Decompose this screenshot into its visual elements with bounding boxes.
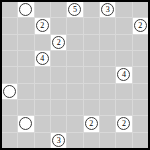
cell-r2c0[interactable] <box>2 35 17 50</box>
cell-r8c8[interactable] <box>133 133 148 148</box>
cell-r1c0[interactable] <box>2 18 17 33</box>
cell-r0c5[interactable] <box>84 2 99 17</box>
cell-r6c3[interactable] <box>51 100 66 115</box>
cell-r5c7[interactable] <box>116 84 131 99</box>
cell-r7c8[interactable] <box>133 116 148 131</box>
cell-r1c6[interactable] <box>100 18 115 33</box>
cell-r7c2[interactable] <box>35 116 50 131</box>
cell-r6c2[interactable] <box>35 100 50 115</box>
cell-r3c6[interactable] <box>100 51 115 66</box>
cell-r0c1[interactable] <box>18 2 33 17</box>
cell-r7c3[interactable] <box>51 116 66 131</box>
cell-r6c7[interactable] <box>116 100 131 115</box>
cell-r5c1[interactable] <box>18 84 33 99</box>
cell-r2c7[interactable] <box>116 35 131 50</box>
cell-r1c8[interactable]: 2 <box>133 18 148 33</box>
empty-circle-clue <box>19 3 32 16</box>
cell-r6c6[interactable] <box>100 100 115 115</box>
cell-r5c8[interactable] <box>133 84 148 99</box>
cell-r4c6[interactable] <box>100 67 115 82</box>
empty-circle-clue <box>19 117 32 130</box>
cell-r5c0[interactable] <box>2 84 17 99</box>
cell-r7c5[interactable]: 2 <box>84 116 99 131</box>
cell-r2c1[interactable] <box>18 35 33 50</box>
cell-r4c3[interactable] <box>51 67 66 82</box>
cell-r2c3[interactable]: 2 <box>51 35 66 50</box>
cell-r6c0[interactable] <box>2 100 17 115</box>
cell-r0c7[interactable] <box>116 2 131 17</box>
cell-r6c5[interactable] <box>84 100 99 115</box>
cell-r0c3[interactable] <box>51 2 66 17</box>
cell-r1c2[interactable]: 2 <box>35 18 50 33</box>
cell-r4c7[interactable]: 4 <box>116 67 131 82</box>
cell-r1c1[interactable] <box>18 18 33 33</box>
number-circle-clue: 4 <box>117 68 130 81</box>
cell-r3c5[interactable] <box>84 51 99 66</box>
cell-r4c4[interactable] <box>67 67 82 82</box>
number-circle-clue: 5 <box>68 3 81 16</box>
number-circle-clue: 3 <box>101 3 114 16</box>
number-circle-clue: 3 <box>52 134 65 147</box>
cell-r3c4[interactable] <box>67 51 82 66</box>
cell-r8c0[interactable] <box>2 133 17 148</box>
cell-r2c4[interactable] <box>67 35 82 50</box>
cell-r7c4[interactable] <box>67 116 82 131</box>
cell-r5c3[interactable] <box>51 84 66 99</box>
cell-r1c3[interactable] <box>51 18 66 33</box>
cell-r3c1[interactable] <box>18 51 33 66</box>
cell-r0c4[interactable]: 5 <box>67 2 82 17</box>
cell-r3c7[interactable] <box>116 51 131 66</box>
cell-r8c7[interactable] <box>116 133 131 148</box>
cell-r4c1[interactable] <box>18 67 33 82</box>
number-circle-clue: 2 <box>36 19 49 32</box>
cell-r0c2[interactable] <box>35 2 50 17</box>
number-circle-clue: 2 <box>117 117 130 130</box>
cell-r3c0[interactable] <box>2 51 17 66</box>
cell-r2c2[interactable] <box>35 35 50 50</box>
cell-r8c1[interactable] <box>18 133 33 148</box>
cell-r4c2[interactable] <box>35 67 50 82</box>
cell-r7c7[interactable]: 2 <box>116 116 131 131</box>
cell-r8c5[interactable] <box>84 133 99 148</box>
cell-r5c5[interactable] <box>84 84 99 99</box>
cell-r3c2[interactable]: 4 <box>35 51 50 66</box>
cell-r2c8[interactable] <box>133 35 148 50</box>
cell-r6c1[interactable] <box>18 100 33 115</box>
cell-r8c6[interactable] <box>100 133 115 148</box>
cell-r6c4[interactable] <box>67 100 82 115</box>
cell-r1c4[interactable] <box>67 18 82 33</box>
cell-r5c2[interactable] <box>35 84 50 99</box>
puzzle-board: 5322244223 <box>0 0 150 150</box>
cell-r7c1[interactable] <box>18 116 33 131</box>
cell-r8c3[interactable]: 3 <box>51 133 66 148</box>
cell-r8c2[interactable] <box>35 133 50 148</box>
cell-r5c6[interactable] <box>100 84 115 99</box>
cell-r0c6[interactable]: 3 <box>100 2 115 17</box>
cell-r3c3[interactable] <box>51 51 66 66</box>
cell-r6c8[interactable] <box>133 100 148 115</box>
cell-r8c4[interactable] <box>67 133 82 148</box>
cell-r7c0[interactable] <box>2 116 17 131</box>
cell-r1c7[interactable] <box>116 18 131 33</box>
number-circle-clue: 2 <box>134 19 147 32</box>
cell-r2c5[interactable] <box>84 35 99 50</box>
cell-r5c4[interactable] <box>67 84 82 99</box>
puzzle-board-wrapper: 5322244223 <box>0 0 150 150</box>
number-circle-clue: 2 <box>85 117 98 130</box>
cell-r3c8[interactable] <box>133 51 148 66</box>
number-circle-clue: 4 <box>36 52 49 65</box>
empty-circle-clue <box>3 85 16 98</box>
cell-r4c5[interactable] <box>84 67 99 82</box>
cell-r0c0[interactable] <box>2 2 17 17</box>
cell-r1c5[interactable] <box>84 18 99 33</box>
cell-r0c8[interactable] <box>133 2 148 17</box>
cell-r2c6[interactable] <box>100 35 115 50</box>
cell-r4c0[interactable] <box>2 67 17 82</box>
cell-r4c8[interactable] <box>133 67 148 82</box>
number-circle-clue: 2 <box>52 36 65 49</box>
cell-r7c6[interactable] <box>100 116 115 131</box>
